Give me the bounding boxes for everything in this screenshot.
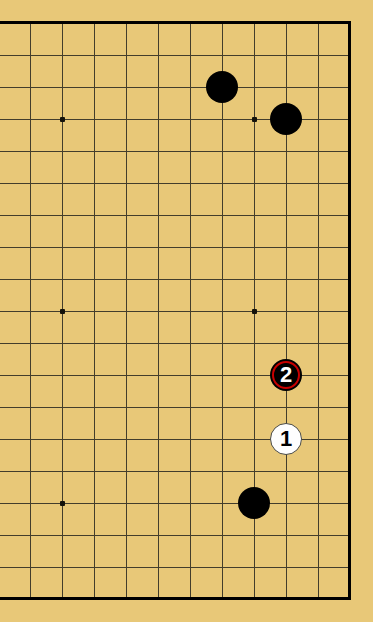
star-point — [252, 117, 257, 122]
grid-line-horizontal — [0, 311, 351, 312]
grid-line-horizontal — [0, 279, 351, 280]
board-edge-right — [348, 21, 351, 600]
grid-line-horizontal — [0, 343, 351, 344]
grid-line-horizontal — [0, 215, 351, 216]
move-number-label: 1 — [280, 428, 292, 450]
grid-line-horizontal — [0, 535, 351, 536]
stone-black — [238, 487, 270, 519]
star-point — [60, 117, 65, 122]
grid-line-horizontal — [0, 471, 351, 472]
board-edge-top — [0, 21, 351, 24]
go-diagram: 21 — [0, 0, 373, 622]
stone-black-move-2: 2 — [270, 359, 302, 391]
grid-line-horizontal — [0, 87, 351, 88]
star-point — [60, 501, 65, 506]
go-board[interactable]: 21 — [0, 0, 373, 622]
grid-line-horizontal — [0, 247, 351, 248]
grid-line-horizontal — [0, 567, 351, 568]
grid-line-horizontal — [0, 407, 351, 408]
stone-black — [270, 103, 302, 135]
grid-line-horizontal — [0, 183, 351, 184]
star-point — [60, 309, 65, 314]
grid-line-horizontal — [0, 503, 351, 504]
stone-white-move-1: 1 — [270, 423, 302, 455]
board-edge-bottom — [0, 597, 351, 600]
star-point — [252, 309, 257, 314]
stone-black — [206, 71, 238, 103]
grid-line-horizontal — [0, 151, 351, 152]
move-number-label: 2 — [280, 364, 292, 386]
grid-line-horizontal — [0, 55, 351, 56]
